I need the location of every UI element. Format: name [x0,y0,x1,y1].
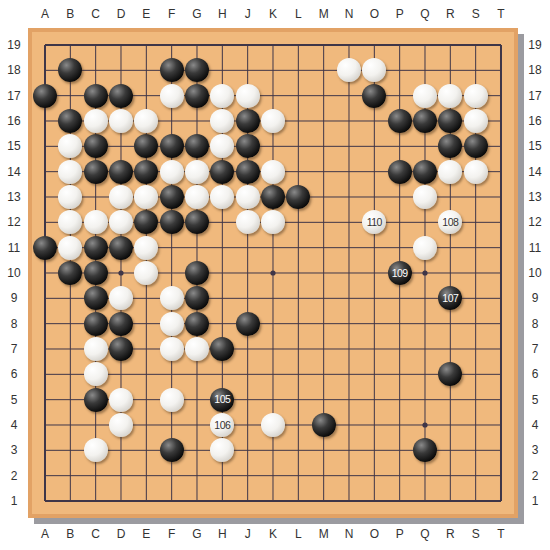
black-stone [185,210,209,234]
black-stone [185,58,209,82]
go-board[interactable]: 109107105110108106 [28,28,518,518]
col-label: K [269,528,277,540]
black-stone [134,134,158,158]
row-label: 9 [532,292,539,304]
black-stone [464,134,488,158]
row-label: 16 [7,115,20,127]
col-label: S [472,8,480,20]
white-stone [464,160,488,184]
row-label: 8 [532,318,539,330]
col-label: L [295,8,302,20]
col-label: A [41,8,49,20]
black-stone [84,160,108,184]
black-stone [362,84,386,108]
col-label: B [66,8,74,20]
white-stone [109,413,133,437]
col-label: P [396,8,404,20]
white-stone [185,160,209,184]
col-label: J [245,528,251,540]
white-stone [337,58,361,82]
move-number: 107 [442,293,458,304]
white-stone [109,185,133,209]
col-label: T [497,528,504,540]
stones-layer: 109107105110108106 [32,32,514,514]
white-stone [210,134,234,158]
col-label: K [269,8,277,20]
white-stone [109,388,133,412]
white-stone [464,84,488,108]
black-stone [160,58,184,82]
col-label: M [319,528,329,540]
white-stone [236,84,260,108]
col-label: E [142,528,150,540]
white-stone: 108 [438,210,462,234]
black-stone [84,84,108,108]
black-stone [109,236,133,260]
white-stone [438,160,462,184]
row-label: 11 [8,242,20,254]
white-stone [210,84,234,108]
col-label: P [396,528,404,540]
black-stone [134,210,158,234]
black-stone [84,134,108,158]
black-stone [109,337,133,361]
black-stone [312,413,336,437]
white-stone [134,109,158,133]
go-diagram: 109107105110108106 ABCDEFGHJKLMNOPQRST A… [0,0,550,550]
white-stone [84,210,108,234]
black-stone [84,236,108,260]
black-stone [58,58,82,82]
row-label: 2 [11,470,18,482]
white-stone [134,185,158,209]
white-stone [160,312,184,336]
black-stone [84,286,108,310]
black-stone: 109 [388,261,412,285]
row-label: 3 [11,444,18,456]
move-number: 110 [367,217,382,228]
black-stone [134,160,158,184]
row-label: 11 [529,242,541,254]
row-label: 4 [532,419,539,431]
black-stone [160,210,184,234]
black-stone [160,134,184,158]
white-stone [109,210,133,234]
black-stone [84,312,108,336]
col-label: N [345,8,354,20]
col-label: H [218,528,227,540]
white-stone [109,286,133,310]
black-stone [33,236,57,260]
black-stone [438,109,462,133]
white-stone [160,84,184,108]
white-stone [261,413,285,437]
row-label: 10 [7,267,20,279]
black-stone [33,84,57,108]
black-stone [185,261,209,285]
white-stone [160,286,184,310]
white-stone [160,388,184,412]
black-stone [160,185,184,209]
col-label: E [142,8,150,20]
col-label: N [345,528,354,540]
row-label: 19 [7,39,20,51]
black-stone [210,160,234,184]
col-label: A [41,528,49,540]
row-label: 13 [7,191,20,203]
black-stone [84,261,108,285]
row-label: 19 [528,39,541,51]
col-label: B [66,528,74,540]
row-label: 2 [532,470,539,482]
white-stone [84,109,108,133]
black-stone: 107 [438,286,462,310]
col-label: R [446,8,455,20]
white-stone [438,84,462,108]
col-label: G [192,528,201,540]
black-stone [185,84,209,108]
row-label: 4 [11,419,18,431]
white-stone [185,337,209,361]
row-label: 9 [11,292,18,304]
row-label: 1 [11,495,18,507]
row-label: 14 [528,166,541,178]
black-stone [438,134,462,158]
row-label: 7 [532,343,539,355]
row-label: 15 [528,140,541,152]
col-label: Q [420,528,429,540]
black-stone [236,312,260,336]
black-stone [185,286,209,310]
white-stone [109,109,133,133]
black-stone [413,160,437,184]
white-stone [210,438,234,462]
white-stone [413,84,437,108]
black-stone [185,134,209,158]
white-stone [236,185,260,209]
white-stone [84,362,108,386]
move-number: 106 [214,420,230,431]
col-label: F [168,528,175,540]
white-stone [58,210,82,234]
row-label: 16 [528,115,541,127]
row-label: 14 [7,166,20,178]
white-stone [58,160,82,184]
black-stone [210,337,234,361]
row-label: 18 [7,64,20,76]
row-label: 18 [528,64,541,76]
col-label: C [91,8,100,20]
row-label: 6 [11,368,18,380]
black-stone [413,438,437,462]
row-label: 15 [7,140,20,152]
white-stone: 110 [362,210,386,234]
row-label: 6 [532,368,539,380]
row-label: 5 [532,394,539,406]
col-label: O [370,8,379,20]
black-stone [109,160,133,184]
black-stone [388,160,412,184]
col-label: R [446,528,455,540]
col-label: D [117,8,126,20]
col-label: T [497,8,504,20]
white-stone [236,210,260,234]
white-stone [134,236,158,260]
row-label: 3 [532,444,539,456]
white-stone [210,109,234,133]
black-stone [109,312,133,336]
col-label: D [117,528,126,540]
white-stone [160,337,184,361]
black-stone [286,185,310,209]
col-label: Q [420,8,429,20]
row-label: 17 [7,90,20,102]
row-label: 7 [11,343,18,355]
white-stone [261,109,285,133]
col-label: J [245,8,251,20]
black-stone [236,134,260,158]
black-stone [236,160,260,184]
white-stone: 106 [210,413,234,437]
white-stone [362,58,386,82]
black-stone [185,312,209,336]
white-stone [160,160,184,184]
move-number: 109 [392,268,408,279]
black-stone [58,109,82,133]
white-stone [261,210,285,234]
white-stone [58,185,82,209]
row-label: 13 [528,191,541,203]
row-label: 17 [528,90,541,102]
black-stone [438,362,462,386]
row-label: 12 [7,216,20,228]
white-stone [413,185,437,209]
white-stone [84,337,108,361]
white-stone [84,438,108,462]
move-number: 108 [442,217,458,228]
white-stone [58,134,82,158]
col-label: S [472,528,480,540]
black-stone [58,261,82,285]
col-label: M [319,8,329,20]
white-stone [261,160,285,184]
col-label: G [192,8,201,20]
row-label: 12 [528,216,541,228]
row-label: 8 [11,318,18,330]
black-stone [84,388,108,412]
col-label: L [295,528,302,540]
black-stone [413,109,437,133]
black-stone [236,109,260,133]
row-label: 1 [532,495,539,507]
black-stone [261,185,285,209]
black-stone [160,438,184,462]
col-label: C [91,528,100,540]
move-number: 105 [214,394,230,405]
row-label: 5 [11,394,18,406]
col-label: F [168,8,175,20]
col-label: O [370,528,379,540]
black-stone [388,109,412,133]
white-stone [464,109,488,133]
black-stone [109,84,133,108]
white-stone [185,185,209,209]
white-stone [413,236,437,260]
white-stone [134,261,158,285]
white-stone [58,236,82,260]
row-label: 10 [528,267,541,279]
col-label: H [218,8,227,20]
black-stone: 105 [210,388,234,412]
white-stone [210,185,234,209]
